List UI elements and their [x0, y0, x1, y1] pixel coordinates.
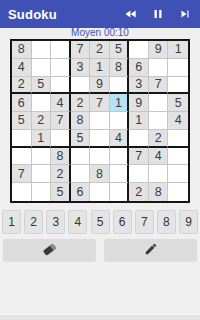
difficulty-label: Moyen [71, 27, 104, 38]
cell-r9c5[interactable] [90, 183, 110, 201]
cell-r3c6[interactable] [110, 77, 130, 95]
cell-r8c9[interactable] [168, 165, 188, 183]
cell-r9c8[interactable]: 8 [149, 183, 169, 201]
cell-r3c8[interactable]: 7 [149, 77, 169, 95]
cell-r9c7[interactable]: 2 [129, 183, 149, 201]
cell-r1c8[interactable]: 9 [149, 41, 169, 59]
numpad-button-6[interactable]: 6 [113, 210, 132, 234]
cell-r9c6[interactable] [110, 183, 130, 201]
numpad-button-2[interactable]: 2 [24, 210, 43, 234]
fast-rewind-icon[interactable] [124, 7, 138, 21]
cell-r8c2[interactable] [32, 165, 52, 183]
cell-r2c3[interactable] [51, 59, 71, 77]
cell-r1c5[interactable]: 2 [90, 41, 110, 59]
cell-r7c3[interactable]: 8 [51, 148, 71, 166]
cell-r5c7[interactable]: 1 [129, 112, 149, 130]
sudoku-board: 8725914318625937642719552781415428747285… [10, 39, 190, 203]
cell-r6c4[interactable]: 5 [71, 130, 91, 148]
timer-label: 00:10 [104, 27, 129, 38]
cell-r2c2[interactable] [32, 59, 52, 77]
cell-r5c3[interactable]: 7 [51, 112, 71, 130]
cell-r1c2[interactable] [32, 41, 52, 59]
sudoku-app: Sudoku Moyen 00:10 872591431862593764271… [0, 0, 200, 320]
cell-r3c1[interactable]: 2 [12, 77, 32, 95]
cell-r5c9[interactable]: 4 [168, 112, 188, 130]
app-bar: Sudoku [0, 0, 200, 28]
cell-r4c5[interactable]: 7 [90, 94, 110, 112]
cell-r4c4[interactable]: 2 [71, 94, 91, 112]
number-pad: 123456789 [0, 210, 200, 234]
eraser-icon [42, 242, 57, 260]
cell-r6c9[interactable] [168, 130, 188, 148]
tool-bar [3, 239, 197, 262]
cell-r7c7[interactable]: 7 [129, 148, 149, 166]
skip-next-icon[interactable] [178, 7, 192, 21]
cell-r4c7[interactable]: 9 [129, 94, 149, 112]
cell-r2c8[interactable] [149, 59, 169, 77]
cell-r7c8[interactable]: 4 [149, 148, 169, 166]
numpad-button-4[interactable]: 4 [68, 210, 87, 234]
cell-r4c6[interactable]: 1 [110, 94, 130, 112]
numpad-button-8[interactable]: 8 [157, 210, 176, 234]
cell-r7c5[interactable] [90, 148, 110, 166]
cell-r9c4[interactable]: 6 [71, 183, 91, 201]
cell-r2c5[interactable]: 1 [90, 59, 110, 77]
cell-r2c1[interactable]: 4 [12, 59, 32, 77]
cell-r2c7[interactable]: 6 [129, 59, 149, 77]
cell-r3c9[interactable] [168, 77, 188, 95]
cell-r6c3[interactable] [51, 130, 71, 148]
cell-r4c8[interactable] [149, 94, 169, 112]
cell-r3c5[interactable]: 9 [90, 77, 110, 95]
cell-r7c4[interactable] [71, 148, 91, 166]
pencil-button[interactable] [104, 239, 197, 262]
cell-r3c2[interactable]: 5 [32, 77, 52, 95]
numpad-button-1[interactable]: 1 [2, 210, 21, 234]
cell-r9c1[interactable] [12, 183, 32, 201]
cell-r9c3[interactable]: 5 [51, 183, 71, 201]
cell-r1c6[interactable]: 5 [110, 41, 130, 59]
cell-r3c3[interactable] [51, 77, 71, 95]
cell-r2c4[interactable]: 3 [71, 59, 91, 77]
cell-r4c9[interactable]: 5 [168, 94, 188, 112]
cell-r2c6[interactable]: 8 [110, 59, 130, 77]
cell-r5c5[interactable] [90, 112, 110, 130]
app-bar-actions [124, 7, 192, 21]
cell-r7c2[interactable] [32, 148, 52, 166]
numpad-button-3[interactable]: 3 [46, 210, 65, 234]
cell-r8c1[interactable]: 7 [12, 165, 32, 183]
cell-r4c2[interactable] [32, 94, 52, 112]
app-title: Sudoku [8, 7, 57, 22]
cell-r6c7[interactable] [129, 130, 149, 148]
numpad-button-9[interactable]: 9 [179, 210, 198, 234]
eraser-button[interactable] [3, 239, 96, 262]
cell-r7c6[interactable] [110, 148, 130, 166]
cell-r5c4[interactable]: 8 [71, 112, 91, 130]
cell-r8c7[interactable] [129, 165, 149, 183]
cell-r9c2[interactable] [32, 183, 52, 201]
cell-r8c3[interactable]: 2 [51, 165, 71, 183]
cell-r8c4[interactable] [71, 165, 91, 183]
cell-r1c7[interactable] [129, 41, 149, 59]
numpad-button-5[interactable]: 5 [91, 210, 110, 234]
cell-r6c8[interactable]: 2 [149, 130, 169, 148]
cell-r1c1[interactable]: 8 [12, 41, 32, 59]
cell-r6c5[interactable] [90, 130, 110, 148]
cell-r1c3[interactable] [51, 41, 71, 59]
cell-r5c8[interactable] [149, 112, 169, 130]
pause-icon[interactable] [151, 7, 165, 21]
bottom-edge [0, 314, 200, 320]
cell-r3c7[interactable]: 3 [129, 77, 149, 95]
cell-r8c8[interactable] [149, 165, 169, 183]
cell-r7c9[interactable] [168, 148, 188, 166]
cell-r6c2[interactable]: 1 [32, 130, 52, 148]
cell-r4c1[interactable]: 6 [12, 94, 32, 112]
cell-r7c1[interactable] [12, 148, 32, 166]
cell-r3c4[interactable] [71, 77, 91, 95]
cell-r1c4[interactable]: 7 [71, 41, 91, 59]
cell-r4c3[interactable]: 4 [51, 94, 71, 112]
cell-r9c9[interactable] [168, 183, 188, 201]
cell-r5c6[interactable] [110, 112, 130, 130]
cell-r6c6[interactable]: 4 [110, 130, 130, 148]
pencil-icon [144, 242, 158, 259]
cell-r2c9[interactable] [168, 59, 188, 77]
status-line: Moyen 00:10 [0, 27, 200, 39]
cell-r8c5[interactable]: 8 [90, 165, 110, 183]
cell-r8c6[interactable] [110, 165, 130, 183]
cell-r5c2[interactable]: 2 [32, 112, 52, 130]
cell-r6c1[interactable] [12, 130, 32, 148]
cell-r1c9[interactable]: 1 [168, 41, 188, 59]
cell-r5c1[interactable]: 5 [12, 112, 32, 130]
numpad-button-7[interactable]: 7 [135, 210, 154, 234]
